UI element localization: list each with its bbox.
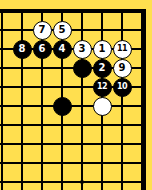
stone-black-move-12[interactable]: 12: [93, 78, 112, 97]
stone-move-number: 5: [59, 25, 66, 35]
stone-black-move-4[interactable]: 4: [53, 40, 72, 59]
grid-line-horizontal: [0, 105, 146, 106]
star-point-q10: [80, 180, 84, 184]
stone-black-move-10[interactable]: 10: [113, 78, 132, 97]
go-board: 758643111291210: [0, 0, 152, 190]
board-right-edge: [141, 9, 146, 190]
stone-move-number: 12: [97, 83, 107, 91]
stone-white-move-7[interactable]: 7: [33, 21, 52, 40]
stone-black-q16[interactable]: [73, 59, 92, 78]
grid-line-horizontal: [0, 29, 146, 30]
stone-black-p14[interactable]: [53, 97, 72, 116]
stone-black-move-8[interactable]: 8: [13, 40, 32, 59]
stone-white-move-9[interactable]: 9: [113, 59, 132, 78]
stone-move-number: 8: [19, 44, 26, 54]
stone-move-number: 10: [117, 83, 127, 91]
stone-move-number: 1: [99, 44, 106, 54]
grid-line-horizontal: [0, 124, 146, 125]
grid-line-horizontal: [0, 143, 146, 144]
grid-line-horizontal: [0, 181, 146, 182]
stone-move-number: 4: [59, 44, 66, 54]
stone-move-number: 11: [117, 45, 127, 53]
grid-line-horizontal: [0, 162, 146, 163]
stone-move-number: 2: [99, 63, 106, 73]
stone-move-number: 6: [39, 44, 46, 54]
stone-move-number: 7: [39, 25, 46, 35]
stone-black-move-6[interactable]: 6: [33, 40, 52, 59]
board-top-edge: [0, 9, 146, 13]
stone-black-move-2[interactable]: 2: [93, 59, 112, 78]
stone-white-move-5[interactable]: 5: [53, 21, 72, 40]
stone-move-number: 3: [79, 44, 86, 54]
stone-white-r14[interactable]: [93, 97, 112, 116]
stone-white-move-1[interactable]: 1: [93, 40, 112, 59]
stone-white-move-11[interactable]: 11: [113, 40, 132, 59]
stone-move-number: 9: [119, 63, 126, 73]
stone-white-move-3[interactable]: 3: [73, 40, 92, 59]
